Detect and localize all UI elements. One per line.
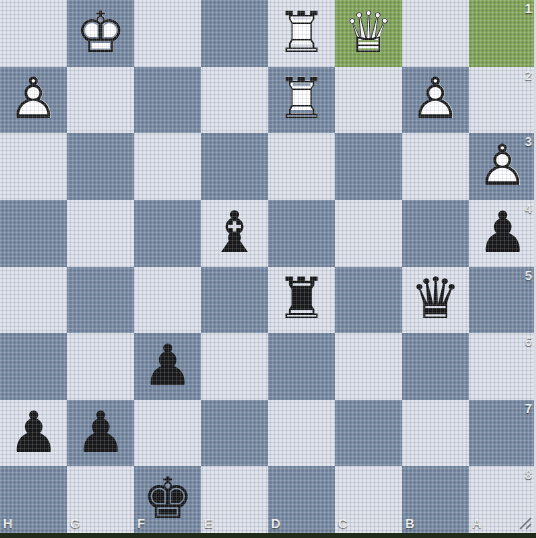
square-a6[interactable]: 6 [469,333,536,400]
square-d8[interactable]: D [268,466,335,533]
square-e7[interactable] [201,400,268,467]
rank-label-6: 6 [525,334,532,349]
square-c8[interactable]: C [335,466,402,533]
square-d7[interactable] [268,400,335,467]
square-c6[interactable] [335,333,402,400]
square-b7[interactable] [402,400,469,467]
square-e1[interactable] [201,0,268,67]
piece-white-rook[interactable]: ♜♖ [268,0,335,67]
square-g3[interactable] [67,133,134,200]
square-a1[interactable]: 1 [469,0,536,67]
square-f8[interactable]: ♚F [134,466,201,533]
piece-black-rook[interactable]: ♜ [268,267,335,334]
square-h3[interactable] [0,133,67,200]
square-e3[interactable] [201,133,268,200]
square-b5[interactable]: ♛ [402,267,469,334]
square-b8[interactable]: B [402,466,469,533]
square-f3[interactable] [134,133,201,200]
piece-white-pawn[interactable]: ♟♙ [0,67,67,134]
square-e5[interactable] [201,267,268,334]
square-c2[interactable] [335,67,402,134]
square-h2[interactable]: ♟♙ [0,67,67,134]
file-label-g: G [70,516,80,531]
square-g7[interactable]: ♟ [67,400,134,467]
piece-black-pawn[interactable]: ♟ [67,400,134,467]
piece-black-pawn[interactable]: ♟ [134,333,201,400]
square-g5[interactable] [67,267,134,334]
square-f4[interactable] [134,200,201,267]
file-label-b: B [405,516,414,531]
square-f1[interactable] [134,0,201,67]
board-bottom-edge [0,533,536,538]
square-d6[interactable] [268,333,335,400]
square-e2[interactable] [201,67,268,134]
square-h8[interactable]: H [0,466,67,533]
square-g6[interactable] [67,333,134,400]
square-d3[interactable] [268,133,335,200]
board-resize-handle[interactable] [517,515,533,531]
rank-label-4: 4 [525,201,532,216]
file-label-c: C [338,516,347,531]
square-h5[interactable] [0,267,67,334]
rank-label-2: 2 [525,68,532,83]
piece-white-king[interactable]: ♚♔ [67,0,134,67]
square-e6[interactable] [201,333,268,400]
rank-label-8: 8 [525,467,532,482]
square-g2[interactable] [67,67,134,134]
square-d5[interactable]: ♜ [268,267,335,334]
square-a2[interactable]: 2 [469,67,536,134]
file-label-e: E [204,516,213,531]
square-g8[interactable]: G [67,466,134,533]
square-h4[interactable] [0,200,67,267]
square-h6[interactable] [0,333,67,400]
rank-label-3: 3 [525,134,532,149]
chess-board: ♚♔♜♖♛♕1♟♙♜♖♟♙2♟♙3♝♟4♜♛5♟6♟♟7HG♚FEDCBA8 [0,0,536,533]
piece-white-queen[interactable]: ♛♕ [335,0,402,67]
square-c5[interactable] [335,267,402,334]
square-e4[interactable]: ♝ [201,200,268,267]
file-label-d: D [271,516,280,531]
rank-label-7: 7 [525,401,532,416]
file-label-f: F [137,516,145,531]
square-g1[interactable]: ♚♔ [67,0,134,67]
piece-white-pawn[interactable]: ♟♙ [402,67,469,134]
rank-label-5: 5 [525,268,532,283]
square-c3[interactable] [335,133,402,200]
square-d1[interactable]: ♜♖ [268,0,335,67]
square-b1[interactable] [402,0,469,67]
piece-black-bishop[interactable]: ♝ [201,200,268,267]
piece-white-rook[interactable]: ♜♖ [268,67,335,134]
piece-black-queen[interactable]: ♛ [402,267,469,334]
file-label-h: H [3,516,12,531]
square-h7[interactable]: ♟ [0,400,67,467]
square-c1[interactable]: ♛♕ [335,0,402,67]
square-d4[interactable] [268,200,335,267]
square-a3[interactable]: ♟♙3 [469,133,536,200]
square-e8[interactable]: E [201,466,268,533]
rank-label-1: 1 [525,1,532,16]
square-f6[interactable]: ♟ [134,333,201,400]
square-a5[interactable]: 5 [469,267,536,334]
square-f7[interactable] [134,400,201,467]
square-a7[interactable]: 7 [469,400,536,467]
resize-diagonal-icon [517,515,533,531]
square-d2[interactable]: ♜♖ [268,67,335,134]
piece-black-pawn[interactable]: ♟ [0,400,67,467]
square-b3[interactable] [402,133,469,200]
square-h1[interactable] [0,0,67,67]
square-g4[interactable] [67,200,134,267]
chess-board-frame: ♚♔♜♖♛♕1♟♙♜♖♟♙2♟♙3♝♟4♜♛5♟6♟♟7HG♚FEDCBA8 [0,0,536,538]
square-a4[interactable]: ♟4 [469,200,536,267]
square-b4[interactable] [402,200,469,267]
file-label-a: A [472,516,481,531]
square-c4[interactable] [335,200,402,267]
square-b2[interactable]: ♟♙ [402,67,469,134]
square-b6[interactable] [402,333,469,400]
square-f5[interactable] [134,267,201,334]
square-c7[interactable] [335,400,402,467]
square-f2[interactable] [134,67,201,134]
